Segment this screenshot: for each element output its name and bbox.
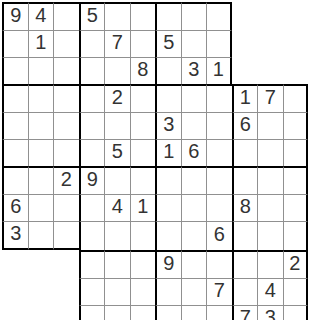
cell-r5c6[interactable] — [130, 112, 156, 139]
given-digit-r10c7[interactable]: 9 — [155, 250, 181, 278]
cell-r6c11[interactable] — [257, 139, 283, 166]
cell-r11c10[interactable] — [232, 278, 258, 305]
given-digit-r12c10[interactable]: 7 — [232, 305, 258, 320]
cell-r4c1[interactable] — [2, 84, 28, 112]
given-digit-r5c10[interactable]: 6 — [232, 112, 258, 139]
cell-r2c4[interactable] — [79, 30, 105, 57]
outside-area — [28, 250, 54, 278]
puzzle-page: 9451758312173651629641836927473 — [0, 0, 312, 320]
cell-r12c12[interactable] — [283, 305, 309, 320]
cell-r9c8[interactable] — [181, 221, 207, 250]
given-digit-r11c11[interactable]: 4 — [257, 278, 283, 305]
cell-r9c6[interactable] — [130, 221, 156, 250]
given-digit-r2c7[interactable]: 5 — [155, 30, 181, 57]
cell-r4c7[interactable] — [155, 84, 181, 112]
given-digit-r4c11[interactable]: 7 — [257, 84, 283, 112]
cell-r5c4[interactable] — [79, 112, 105, 139]
outside-area — [257, 30, 283, 57]
cell-r9c11[interactable] — [257, 221, 283, 250]
cell-r11c7[interactable] — [155, 278, 181, 305]
cell-r5c2[interactable] — [28, 112, 54, 139]
cell-r12c6[interactable] — [130, 305, 156, 320]
cell-r5c11[interactable] — [257, 112, 283, 139]
given-digit-r9c1[interactable]: 3 — [2, 221, 28, 250]
sudoku-board: 9451758312173651629641836927473 — [2, 2, 308, 317]
cell-r11c4[interactable] — [79, 278, 105, 305]
cell-r10c5[interactable] — [104, 250, 130, 278]
outside-area — [257, 2, 283, 30]
given-digit-r4c10[interactable]: 1 — [232, 84, 258, 112]
cell-r7c11[interactable] — [257, 166, 283, 194]
cell-r6c12[interactable] — [283, 139, 309, 166]
cell-r6c2[interactable] — [28, 139, 54, 166]
cell-r5c1[interactable] — [2, 112, 28, 139]
cell-r9c2[interactable] — [28, 221, 54, 250]
given-digit-r3c6[interactable]: 8 — [130, 57, 156, 84]
outside-area — [28, 278, 54, 305]
cell-r2c3[interactable] — [53, 30, 79, 57]
outside-area — [232, 30, 258, 57]
given-digit-r9c9[interactable]: 6 — [206, 221, 232, 250]
cell-r6c4[interactable] — [79, 139, 105, 166]
given-digit-r7c3[interactable]: 2 — [53, 166, 79, 194]
outside-area — [2, 250, 28, 278]
cell-r6c1[interactable] — [2, 139, 28, 166]
cell-r1c6[interactable] — [130, 2, 156, 30]
cell-r7c2[interactable] — [28, 166, 54, 194]
cell-r3c4[interactable] — [79, 57, 105, 84]
cell-r11c8[interactable] — [181, 278, 207, 305]
cell-r10c11[interactable] — [257, 250, 283, 278]
cell-r3c3[interactable] — [53, 57, 79, 84]
cell-r1c5[interactable] — [104, 2, 130, 30]
cell-r6c10[interactable] — [232, 139, 258, 166]
outside-area — [53, 278, 79, 305]
cell-r1c7[interactable] — [155, 2, 181, 30]
outside-area — [28, 305, 54, 320]
cell-r8c4[interactable] — [79, 194, 105, 221]
cell-r8c7[interactable] — [155, 194, 181, 221]
outside-area — [283, 57, 309, 84]
cell-r12c7[interactable] — [155, 305, 181, 320]
given-digit-r7c4[interactable]: 9 — [79, 166, 105, 194]
outside-area — [2, 305, 28, 320]
cell-r10c6[interactable] — [130, 250, 156, 278]
cell-r7c10[interactable] — [232, 166, 258, 194]
cell-r9c12[interactable] — [283, 221, 309, 250]
cell-r4c12[interactable] — [283, 84, 309, 112]
cell-r9c7[interactable] — [155, 221, 181, 250]
outside-area — [257, 57, 283, 84]
given-digit-r3c8[interactable]: 3 — [181, 57, 207, 84]
cell-r10c10[interactable] — [232, 250, 258, 278]
cell-r5c12[interactable] — [283, 112, 309, 139]
cell-r8c12[interactable] — [283, 194, 309, 221]
cell-r2c6[interactable] — [130, 30, 156, 57]
given-digit-r5c7[interactable]: 3 — [155, 112, 181, 139]
cell-r5c5[interactable] — [104, 112, 130, 139]
given-digit-r11c9[interactable]: 7 — [206, 278, 232, 305]
cell-r7c1[interactable] — [2, 166, 28, 194]
cell-r1c8[interactable] — [181, 2, 207, 30]
given-digit-r3c9[interactable]: 1 — [206, 57, 232, 84]
cell-r5c3[interactable] — [53, 112, 79, 139]
outside-area — [283, 2, 309, 30]
given-digit-r6c8[interactable]: 6 — [181, 139, 207, 166]
cell-r12c8[interactable] — [181, 305, 207, 320]
given-digit-r2c2[interactable]: 1 — [28, 30, 54, 57]
outside-area — [53, 250, 79, 278]
cell-r4c9[interactable] — [206, 84, 232, 112]
cell-r3c7[interactable] — [155, 57, 181, 84]
given-digit-r1c4[interactable]: 5 — [79, 2, 105, 30]
cell-r8c2[interactable] — [28, 194, 54, 221]
cell-r4c3[interactable] — [53, 84, 79, 112]
given-digit-r10c12[interactable]: 2 — [283, 250, 309, 278]
cell-r8c11[interactable] — [257, 194, 283, 221]
given-digit-r8c10[interactable]: 8 — [232, 194, 258, 221]
cell-r2c8[interactable] — [181, 30, 207, 57]
cell-r8c3[interactable] — [53, 194, 79, 221]
cell-r5c8[interactable] — [181, 112, 207, 139]
outside-area — [53, 305, 79, 320]
given-digit-r6c5[interactable]: 5 — [104, 139, 130, 166]
cell-r2c9[interactable] — [206, 30, 232, 57]
cell-r7c12[interactable] — [283, 166, 309, 194]
cell-r4c2[interactable] — [28, 84, 54, 112]
cell-r9c4[interactable] — [79, 221, 105, 250]
cell-r1c9[interactable] — [206, 2, 232, 30]
cell-r9c10[interactable] — [232, 221, 258, 250]
outside-area — [232, 57, 258, 84]
outside-area — [283, 30, 309, 57]
cell-r7c5[interactable] — [104, 166, 130, 194]
outside-area — [2, 278, 28, 305]
cell-r7c9[interactable] — [206, 166, 232, 194]
cell-r12c4[interactable] — [79, 305, 105, 320]
cell-r11c12[interactable] — [283, 278, 309, 305]
given-digit-r2c5[interactable]: 7 — [104, 30, 130, 57]
cell-r3c1[interactable] — [2, 57, 28, 84]
given-digit-r1c2[interactable]: 4 — [28, 2, 54, 30]
cell-r7c6[interactable] — [130, 166, 156, 194]
cell-r8c9[interactable] — [206, 194, 232, 221]
given-digit-r12c11[interactable]: 3 — [257, 305, 283, 320]
cell-r10c9[interactable] — [206, 250, 232, 278]
cell-r9c3[interactable] — [53, 221, 79, 250]
given-digit-r4c5[interactable]: 2 — [104, 84, 130, 112]
cell-r8c8[interactable] — [181, 194, 207, 221]
given-digit-r1c1[interactable]: 9 — [2, 2, 28, 30]
cell-r11c5[interactable] — [104, 278, 130, 305]
cell-r7c8[interactable] — [181, 166, 207, 194]
cell-r6c9[interactable] — [206, 139, 232, 166]
given-digit-r8c5[interactable]: 4 — [104, 194, 130, 221]
cell-r4c6[interactable] — [130, 84, 156, 112]
cell-r12c9[interactable] — [206, 305, 232, 320]
cell-r3c5[interactable] — [104, 57, 130, 84]
cell-r4c4[interactable] — [79, 84, 105, 112]
cell-r6c3[interactable] — [53, 139, 79, 166]
given-digit-r8c1[interactable]: 6 — [2, 194, 28, 221]
cell-r10c8[interactable] — [181, 250, 207, 278]
cell-r3c2[interactable] — [28, 57, 54, 84]
cell-r12c5[interactable] — [104, 305, 130, 320]
cell-r4c8[interactable] — [181, 84, 207, 112]
cell-r1c3[interactable] — [53, 2, 79, 30]
cell-r10c4[interactable] — [79, 250, 105, 278]
cell-r11c6[interactable] — [130, 278, 156, 305]
cell-r9c5[interactable] — [104, 221, 130, 250]
outside-area — [232, 2, 258, 30]
given-digit-r6c7[interactable]: 1 — [155, 139, 181, 166]
cell-r6c6[interactable] — [130, 139, 156, 166]
cell-r5c9[interactable] — [206, 112, 232, 139]
given-digit-r8c6[interactable]: 1 — [130, 194, 156, 221]
cell-r2c1[interactable] — [2, 30, 28, 57]
cell-r7c7[interactable] — [155, 166, 181, 194]
